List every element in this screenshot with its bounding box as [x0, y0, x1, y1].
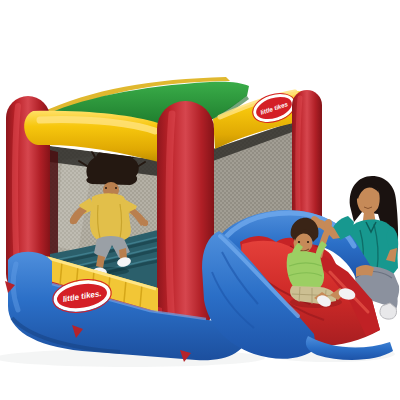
- product-photo: little tikes: [0, 0, 400, 400]
- pillar-highlight: [169, 114, 172, 326]
- boy-eye: [298, 241, 300, 243]
- boy-eye: [307, 241, 309, 243]
- girl-right-hand: [142, 220, 148, 226]
- bounce-house-illustration: little tikes: [0, 0, 400, 400]
- girl-eye: [105, 187, 107, 189]
- girl-left-hand: [70, 218, 76, 224]
- girl-eye: [115, 187, 117, 189]
